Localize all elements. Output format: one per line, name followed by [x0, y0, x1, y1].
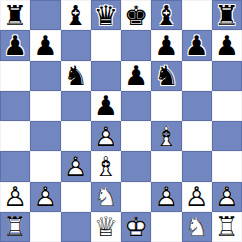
white-k-piece-fill: ♚ — [122, 213, 150, 241]
square-d3[interactable]: ♝♗ — [91, 151, 121, 181]
square-g2[interactable]: ♟♙ — [182, 182, 212, 212]
square-d6[interactable] — [91, 61, 121, 91]
square-a2[interactable]: ♟♙ — [0, 182, 30, 212]
square-c8[interactable]: ♝ — [61, 0, 91, 30]
white-p-piece-icon: ♙ — [152, 183, 180, 211]
square-a5[interactable] — [0, 91, 30, 121]
white-b-piece-icon: ♗ — [152, 122, 180, 150]
white-p-piece-fill: ♟ — [31, 183, 59, 211]
square-b2[interactable]: ♟♙ — [30, 182, 60, 212]
white-p-piece-icon: ♙ — [92, 122, 120, 150]
square-b8[interactable] — [30, 0, 60, 30]
square-a8[interactable]: ♜ — [0, 0, 30, 30]
square-d7[interactable] — [91, 30, 121, 60]
square-c7[interactable] — [61, 30, 91, 60]
square-d1[interactable]: ♛♕ — [91, 212, 121, 242]
white-p-piece-icon: ♙ — [62, 152, 90, 180]
square-a3[interactable] — [0, 151, 30, 181]
white-p-piece-fill: ♟ — [62, 152, 90, 180]
square-f5[interactable] — [151, 91, 181, 121]
square-a6[interactable] — [0, 61, 30, 91]
square-f8[interactable]: ♝ — [151, 0, 181, 30]
black-p-piece-icon: ♟ — [183, 31, 211, 59]
black-p-piece-icon: ♟ — [31, 31, 59, 59]
square-d8[interactable]: ♛ — [91, 0, 121, 30]
square-g5[interactable] — [182, 91, 212, 121]
square-e1[interactable]: ♚♔ — [121, 212, 151, 242]
black-r-piece-icon: ♜ — [213, 1, 241, 29]
black-k-piece-icon: ♚ — [122, 1, 150, 29]
square-e6[interactable]: ♟ — [121, 61, 151, 91]
white-p-piece-fill: ♟ — [213, 183, 241, 211]
square-b5[interactable] — [30, 91, 60, 121]
square-h4[interactable] — [212, 121, 242, 151]
white-q-piece-icon: ♕ — [92, 213, 120, 241]
black-p-piece-icon: ♟ — [213, 31, 241, 59]
square-a7[interactable]: ♟ — [0, 30, 30, 60]
square-f1[interactable] — [151, 212, 181, 242]
square-e7[interactable] — [121, 30, 151, 60]
square-b7[interactable]: ♟ — [30, 30, 60, 60]
square-d4[interactable]: ♟♙ — [91, 121, 121, 151]
black-q-piece-icon: ♛ — [92, 1, 120, 29]
square-e3[interactable] — [121, 151, 151, 181]
white-n-piece-fill: ♞ — [183, 213, 211, 241]
square-e8[interactable]: ♚ — [121, 0, 151, 30]
square-b1[interactable] — [30, 212, 60, 242]
square-a4[interactable] — [0, 121, 30, 151]
white-k-piece-icon: ♔ — [122, 213, 150, 241]
black-n-piece-icon: ♞ — [62, 62, 90, 90]
white-n-piece-fill: ♞ — [92, 183, 120, 211]
square-e4[interactable] — [121, 121, 151, 151]
black-p-piece-icon: ♟ — [1, 31, 29, 59]
white-r-piece-fill: ♜ — [213, 213, 241, 241]
black-n-piece-icon: ♞ — [152, 62, 180, 90]
white-p-piece-icon: ♙ — [213, 183, 241, 211]
white-p-piece-fill: ♟ — [92, 122, 120, 150]
white-r-piece-icon: ♖ — [1, 213, 29, 241]
square-h7[interactable]: ♟ — [212, 30, 242, 60]
square-e2[interactable] — [121, 182, 151, 212]
white-p-piece-fill: ♟ — [183, 183, 211, 211]
white-r-piece-icon: ♖ — [213, 213, 241, 241]
square-h8[interactable]: ♜ — [212, 0, 242, 30]
square-h3[interactable] — [212, 151, 242, 181]
square-e5[interactable] — [121, 91, 151, 121]
white-n-piece-icon: ♘ — [92, 183, 120, 211]
white-r-piece-fill: ♜ — [1, 213, 29, 241]
square-b6[interactable] — [30, 61, 60, 91]
square-g7[interactable]: ♟ — [182, 30, 212, 60]
black-b-piece-icon: ♝ — [152, 1, 180, 29]
white-p-piece-icon: ♙ — [31, 183, 59, 211]
square-f3[interactable] — [151, 151, 181, 181]
square-b4[interactable] — [30, 121, 60, 151]
square-c2[interactable] — [61, 182, 91, 212]
white-b-piece-fill: ♝ — [92, 152, 120, 180]
square-c3[interactable]: ♟♙ — [61, 151, 91, 181]
square-h1[interactable]: ♜♖ — [212, 212, 242, 242]
square-f6[interactable]: ♞ — [151, 61, 181, 91]
square-h2[interactable]: ♟♙ — [212, 182, 242, 212]
square-b3[interactable] — [30, 151, 60, 181]
square-d2[interactable]: ♞♘ — [91, 182, 121, 212]
square-h5[interactable] — [212, 91, 242, 121]
black-p-piece-icon: ♟ — [92, 92, 120, 120]
white-p-piece-icon: ♙ — [1, 183, 29, 211]
white-p-piece-fill: ♟ — [1, 183, 29, 211]
square-g4[interactable] — [182, 121, 212, 151]
square-d5[interactable]: ♟ — [91, 91, 121, 121]
chess-board: ♜♝♛♚♝♜♟♟♟♟♟♞♟♞♟♟♙♝♗♟♙♝♗♟♙♟♙♞♘♟♙♟♙♟♙♜♖♛♕♚… — [0, 0, 242, 242]
black-p-piece-icon: ♟ — [152, 31, 180, 59]
square-g6[interactable] — [182, 61, 212, 91]
white-b-piece-fill: ♝ — [152, 122, 180, 150]
square-c5[interactable] — [61, 91, 91, 121]
square-f2[interactable]: ♟♙ — [151, 182, 181, 212]
black-r-piece-icon: ♜ — [1, 1, 29, 29]
square-c1[interactable] — [61, 212, 91, 242]
square-a1[interactable]: ♜♖ — [0, 212, 30, 242]
square-g1[interactable]: ♞♘ — [182, 212, 212, 242]
square-f4[interactable]: ♝♗ — [151, 121, 181, 151]
square-c4[interactable] — [61, 121, 91, 151]
square-h6[interactable] — [212, 61, 242, 91]
white-n-piece-icon: ♘ — [183, 213, 211, 241]
white-b-piece-icon: ♗ — [92, 152, 120, 180]
square-c6[interactable]: ♞ — [61, 61, 91, 91]
square-g8[interactable] — [182, 0, 212, 30]
square-f7[interactable]: ♟ — [151, 30, 181, 60]
white-q-piece-fill: ♛ — [92, 213, 120, 241]
black-b-piece-icon: ♝ — [62, 1, 90, 29]
square-g3[interactable] — [182, 151, 212, 181]
white-p-piece-fill: ♟ — [152, 183, 180, 211]
white-p-piece-icon: ♙ — [183, 183, 211, 211]
black-p-piece-icon: ♟ — [122, 62, 150, 90]
